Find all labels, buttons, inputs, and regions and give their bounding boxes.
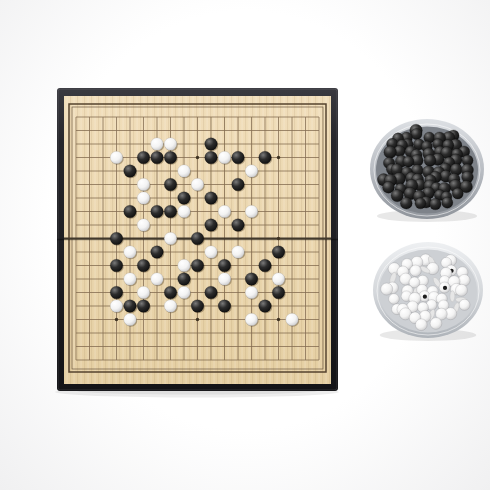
bowl-stone-edge-on <box>450 291 455 302</box>
black-stone <box>191 300 204 313</box>
black-stone <box>430 198 442 210</box>
black-stone <box>272 286 285 299</box>
black-stone <box>205 192 218 205</box>
white-stone <box>272 273 285 286</box>
black-stone <box>110 286 123 299</box>
white-stone <box>178 205 191 218</box>
black-stone <box>442 197 453 208</box>
white-stone <box>137 286 150 299</box>
star-point <box>277 237 280 240</box>
black-stone <box>110 232 123 245</box>
black-stone <box>232 151 245 164</box>
black-stone <box>178 273 191 286</box>
white-stone <box>151 138 164 151</box>
white-stone <box>245 205 258 218</box>
black-stone <box>137 259 150 272</box>
go-board <box>55 88 339 398</box>
black-stone <box>205 286 218 299</box>
white-stone <box>137 178 150 191</box>
white-stone <box>164 138 177 151</box>
white-stone <box>381 283 393 295</box>
white-stone <box>245 313 258 326</box>
star-point <box>196 318 199 321</box>
black-stone <box>232 219 245 232</box>
white-stone <box>151 273 164 286</box>
white-stone <box>232 246 245 259</box>
black-stone <box>164 286 177 299</box>
black-stone <box>272 246 285 259</box>
black-stone <box>205 219 218 232</box>
go-set-product-photo <box>0 0 490 490</box>
white-stone <box>218 205 231 218</box>
white-stone <box>410 265 422 277</box>
white-stones-bowl <box>373 242 483 341</box>
white-stone <box>164 232 177 245</box>
black-stone <box>164 151 177 164</box>
black-stones-bowl <box>370 119 484 222</box>
black-stone <box>415 198 426 209</box>
black-stone <box>218 300 231 313</box>
black-stone <box>178 192 191 205</box>
black-stone <box>400 197 412 209</box>
star-point <box>277 156 280 159</box>
white-stone <box>245 165 258 178</box>
black-stone <box>137 300 150 313</box>
black-stone <box>191 232 204 245</box>
white-stone <box>124 313 137 326</box>
white-stone <box>110 300 123 313</box>
black-stone <box>403 156 414 167</box>
black-stone <box>137 151 150 164</box>
magnet-dot <box>423 295 427 299</box>
white-stone <box>137 219 150 232</box>
white-stone <box>218 273 231 286</box>
white-stone <box>110 151 123 164</box>
black-stone <box>259 300 272 313</box>
white-stone <box>389 294 400 305</box>
black-stone <box>164 178 177 191</box>
black-stone <box>259 151 272 164</box>
white-stone <box>178 259 191 272</box>
white-stone <box>124 273 137 286</box>
white-stone <box>430 318 442 330</box>
white-stone <box>218 151 231 164</box>
white-stone <box>245 286 258 299</box>
black-stone <box>124 300 137 313</box>
black-stone <box>151 205 164 218</box>
black-stone <box>259 259 272 272</box>
black-stone <box>124 165 137 178</box>
white-stone <box>164 300 177 313</box>
black-stone <box>232 178 245 191</box>
black-stone <box>452 188 463 199</box>
star-point <box>115 318 118 321</box>
black-stone <box>124 205 137 218</box>
white-stone <box>455 284 467 296</box>
go-set-photo <box>0 0 490 490</box>
black-stone <box>191 259 204 272</box>
white-stone <box>137 192 150 205</box>
white-stone <box>286 313 299 326</box>
white-stone <box>191 178 204 191</box>
white-stone <box>178 286 191 299</box>
black-stone <box>218 259 231 272</box>
white-stone <box>459 299 470 310</box>
black-stone <box>110 259 123 272</box>
black-stone <box>424 155 436 167</box>
black-stone <box>164 205 177 218</box>
star-point <box>196 156 199 159</box>
black-stone <box>205 151 218 164</box>
black-stone <box>245 273 258 286</box>
black-stone <box>205 138 218 151</box>
magnet-dot <box>443 286 447 290</box>
white-stone <box>124 246 137 259</box>
star-point <box>277 318 280 321</box>
black-stone <box>151 151 164 164</box>
white-stone <box>205 246 218 259</box>
black-stone <box>151 246 164 259</box>
black-stone <box>384 146 397 159</box>
white-stone <box>178 165 191 178</box>
white-stone <box>415 319 427 331</box>
